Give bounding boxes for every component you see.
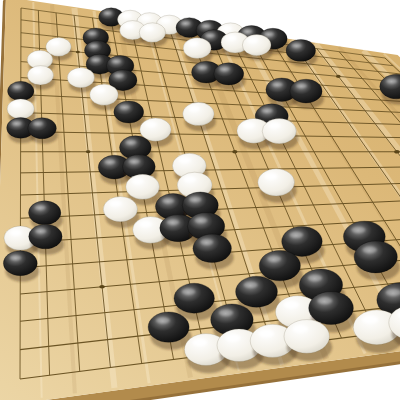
white-stone[interactable] xyxy=(139,23,167,47)
black-stone-body xyxy=(214,63,244,85)
white-stone-body xyxy=(258,169,295,196)
stone-highlight xyxy=(219,309,233,316)
white-stone-body xyxy=(7,99,34,119)
stone-highlight xyxy=(13,85,22,89)
stone-highlight xyxy=(88,31,97,35)
stone-highlight xyxy=(89,44,98,48)
white-stone-body xyxy=(242,34,271,55)
white-stone-body xyxy=(183,38,211,59)
stone-highlight xyxy=(292,43,302,48)
stone-highlight xyxy=(33,121,43,126)
white-stone-body xyxy=(27,66,53,85)
stone-highlight xyxy=(222,26,231,30)
black-stone[interactable] xyxy=(290,79,324,109)
black-stone-body xyxy=(114,101,144,123)
black-stone[interactable] xyxy=(114,101,146,128)
black-stone-body xyxy=(259,250,300,280)
hoshi-point xyxy=(336,75,341,78)
stone-highlight xyxy=(103,11,111,15)
white-stone-body xyxy=(262,119,296,144)
go-board-photo xyxy=(0,0,400,400)
stone-highlight xyxy=(112,59,121,63)
stone-highlight xyxy=(51,41,60,45)
black-stone-body xyxy=(174,283,214,313)
black-stone-body xyxy=(309,291,354,324)
stone-highlight xyxy=(220,67,230,72)
white-stone[interactable] xyxy=(183,38,213,64)
stone-highlight xyxy=(139,221,151,227)
stone-highlight xyxy=(362,316,378,324)
stone-highlight xyxy=(95,88,105,93)
stone-highlight xyxy=(261,108,272,113)
go-board-scene xyxy=(0,0,400,400)
white-stone-body xyxy=(126,174,160,199)
black-stone-body xyxy=(8,81,34,101)
stone-highlight xyxy=(189,106,200,111)
stone-highlight xyxy=(189,41,199,46)
stone-highlight xyxy=(267,256,281,263)
white-stone-body xyxy=(103,196,137,221)
stone-highlight xyxy=(248,38,258,43)
stone-highlight xyxy=(244,281,258,288)
stone-highlight xyxy=(259,330,274,337)
stone-highlight xyxy=(184,177,196,183)
black-stone-body xyxy=(354,241,397,273)
stone-highlight xyxy=(293,325,308,332)
hoshi-point xyxy=(394,150,400,154)
black-stone-body xyxy=(290,79,322,103)
white-stone-body xyxy=(139,23,165,43)
stone-highlight xyxy=(197,65,207,70)
stone-highlight xyxy=(182,288,196,295)
black-stone[interactable] xyxy=(214,63,246,90)
stone-highlight xyxy=(386,78,397,83)
stone-highlight xyxy=(161,18,170,22)
stone-highlight xyxy=(200,239,213,245)
stone-highlight xyxy=(162,198,174,204)
stone-highlight xyxy=(114,73,124,78)
black-stone-body xyxy=(3,251,37,276)
stone-highlight xyxy=(362,246,377,253)
stone-highlight xyxy=(265,173,277,179)
stone-highlight xyxy=(264,32,274,37)
stone-highlight xyxy=(289,232,303,239)
stone-highlight xyxy=(10,230,21,235)
stone-highlight xyxy=(129,159,140,164)
stone-highlight xyxy=(35,205,46,210)
black-stone-body xyxy=(193,234,232,262)
stone-highlight xyxy=(146,122,157,127)
stone-highlight xyxy=(72,71,81,75)
stone-highlight xyxy=(195,217,208,223)
stone-highlight xyxy=(205,33,214,38)
white-stone[interactable] xyxy=(183,102,216,131)
hoshi-point xyxy=(99,285,105,289)
stone-highlight xyxy=(122,13,131,17)
stone-highlight xyxy=(296,83,307,88)
stone-highlight xyxy=(132,179,143,184)
stone-highlight xyxy=(12,102,21,106)
hoshi-point xyxy=(86,150,91,153)
stone-highlight xyxy=(12,121,22,126)
stone-highlight xyxy=(32,69,41,73)
stone-highlight xyxy=(351,226,365,233)
stone-highlight xyxy=(272,82,283,87)
stone-highlight xyxy=(35,228,46,233)
stone-highlight xyxy=(144,26,153,30)
stone-highlight xyxy=(226,36,236,41)
black-stone-body xyxy=(29,224,62,249)
stone-highlight xyxy=(125,24,134,28)
hoshi-point xyxy=(232,150,237,153)
stone-highlight xyxy=(91,58,100,62)
hoshi-point xyxy=(76,51,80,54)
stone-highlight xyxy=(317,297,332,304)
stone-highlight xyxy=(201,24,210,28)
white-stone-body xyxy=(284,320,329,354)
stone-highlight xyxy=(142,16,151,20)
black-stone-body xyxy=(28,118,57,139)
stone-highlight xyxy=(104,159,115,164)
stone-highlight xyxy=(181,21,190,25)
stone-highlight xyxy=(167,219,179,225)
white-stone[interactable] xyxy=(242,34,272,60)
stone-highlight xyxy=(284,301,299,308)
black-stone[interactable] xyxy=(28,118,58,144)
stone-highlight xyxy=(193,339,208,346)
stone-highlight xyxy=(179,158,191,164)
stone-highlight xyxy=(10,255,22,261)
stone-highlight xyxy=(308,274,323,281)
black-stone-body xyxy=(286,39,316,61)
white-stone-body xyxy=(67,68,94,88)
black-stone[interactable] xyxy=(286,39,317,66)
white-stone-body xyxy=(90,84,118,105)
black-stone-body xyxy=(236,276,278,307)
stone-highlight xyxy=(243,29,253,34)
stone-highlight xyxy=(32,53,41,57)
stone-highlight xyxy=(126,140,137,145)
stone-highlight xyxy=(110,201,122,207)
white-stone[interactable] xyxy=(90,84,120,110)
white-stone-body xyxy=(183,102,214,125)
stone-highlight xyxy=(225,335,240,342)
black-stone-body xyxy=(148,312,189,342)
stone-highlight xyxy=(156,317,170,324)
stone-highlight xyxy=(119,105,129,110)
stone-highlight xyxy=(243,123,254,128)
stone-highlight xyxy=(269,123,281,129)
stone-highlight xyxy=(189,196,201,202)
black-stone-body xyxy=(29,201,61,225)
